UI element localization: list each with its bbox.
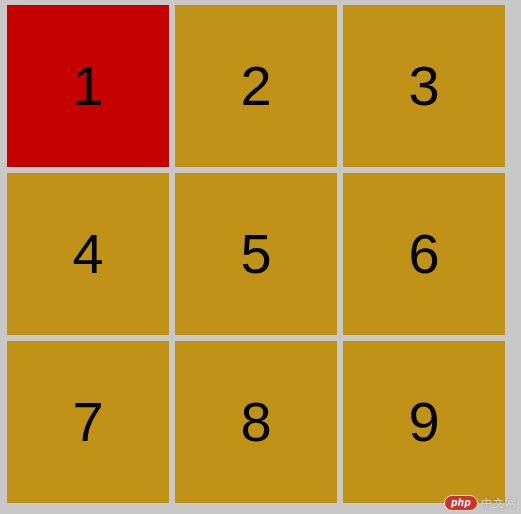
tile-7[interactable]: 7 [7, 341, 169, 503]
tile-4[interactable]: 4 [7, 173, 169, 335]
tile-3[interactable]: 3 [343, 5, 505, 167]
number-grid: 1 2 3 4 5 6 7 8 9 [7, 5, 505, 503]
tile-8[interactable]: 8 [175, 341, 337, 503]
php-logo: php [444, 495, 478, 511]
watermark-site-name: 中文网 [481, 496, 517, 511]
tile-1[interactable]: 1 [7, 5, 169, 167]
tile-6[interactable]: 6 [343, 173, 505, 335]
tile-9[interactable]: 9 [343, 341, 505, 503]
tile-2[interactable]: 2 [175, 5, 337, 167]
php-cn-watermark: php 中文网 [444, 495, 517, 511]
puzzle-page: 1 2 3 4 5 6 7 8 9 php 中文网 [0, 0, 521, 514]
tile-5[interactable]: 5 [175, 173, 337, 335]
